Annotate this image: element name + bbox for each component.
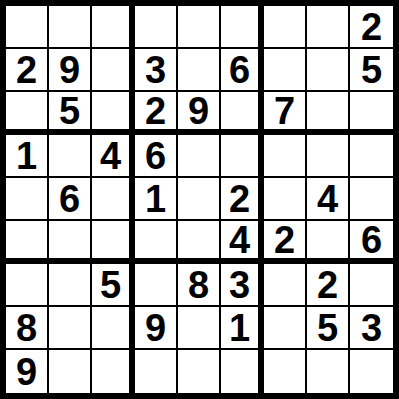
given-digit: 1 [145, 180, 166, 218]
given-digit: 2 [16, 51, 37, 89]
cell-r3c9[interactable] [350, 92, 393, 135]
given-digit: 9 [145, 309, 166, 347]
cell-r4c9[interactable] [350, 135, 393, 178]
cell-r2c1[interactable]: 2 [6, 49, 49, 92]
cell-r1c6[interactable] [221, 6, 264, 49]
cell-r1c5[interactable] [178, 6, 221, 49]
cell-r3c7[interactable]: 7 [264, 92, 307, 135]
cell-r5c6[interactable]: 2 [221, 178, 264, 221]
given-digit: 4 [100, 137, 121, 175]
cell-r8c6[interactable]: 1 [221, 307, 264, 350]
given-digit: 2 [274, 221, 295, 259]
cell-r7c5[interactable]: 8 [178, 264, 221, 307]
cell-r2c8[interactable] [307, 49, 350, 92]
given-digit: 5 [100, 266, 121, 304]
cell-r3c3[interactable] [92, 92, 135, 135]
cell-r7c2[interactable] [49, 264, 92, 307]
cell-r1c8[interactable] [307, 6, 350, 49]
given-digit: 4 [317, 180, 338, 218]
cell-r3c6[interactable] [221, 92, 264, 135]
cell-r7c1[interactable] [6, 264, 49, 307]
cell-r2c4[interactable]: 3 [135, 49, 178, 92]
cell-r2c7[interactable] [264, 49, 307, 92]
cell-r1c3[interactable] [92, 6, 135, 49]
cell-r6c1[interactable] [6, 221, 49, 264]
cell-r3c1[interactable] [6, 92, 49, 135]
given-digit: 9 [16, 353, 37, 391]
cell-r2c5[interactable] [178, 49, 221, 92]
cell-r4c1[interactable]: 1 [6, 135, 49, 178]
cell-r9c1[interactable]: 9 [6, 350, 49, 393]
cell-r8c5[interactable] [178, 307, 221, 350]
cell-r5c5[interactable] [178, 178, 221, 221]
cell-r8c1[interactable]: 8 [6, 307, 49, 350]
cell-r4c4[interactable]: 6 [135, 135, 178, 178]
cell-r9c4[interactable] [135, 350, 178, 393]
cell-r8c4[interactable]: 9 [135, 307, 178, 350]
cell-r2c2[interactable]: 9 [49, 49, 92, 92]
cell-r6c5[interactable] [178, 221, 221, 264]
cell-r3c4[interactable]: 2 [135, 92, 178, 135]
cell-r9c6[interactable] [221, 350, 264, 393]
cell-r9c8[interactable] [307, 350, 350, 393]
cell-r7c7[interactable] [264, 264, 307, 307]
cell-r4c6[interactable] [221, 135, 264, 178]
cell-r1c2[interactable] [49, 6, 92, 49]
cell-r5c4[interactable]: 1 [135, 178, 178, 221]
cell-r8c3[interactable] [92, 307, 135, 350]
given-digit: 6 [229, 51, 250, 89]
cell-r4c8[interactable] [307, 135, 350, 178]
given-digit: 2 [317, 266, 338, 304]
cell-r2c3[interactable] [92, 49, 135, 92]
cell-r8c2[interactable] [49, 307, 92, 350]
cell-r9c9[interactable] [350, 350, 393, 393]
cell-r8c9[interactable]: 3 [350, 307, 393, 350]
cell-r1c1[interactable] [6, 6, 49, 49]
cell-r6c2[interactable] [49, 221, 92, 264]
given-digit: 4 [229, 221, 250, 259]
cell-r5c8[interactable]: 4 [307, 178, 350, 221]
given-digit: 6 [145, 137, 166, 175]
cell-r1c4[interactable] [135, 6, 178, 49]
given-digit: 6 [361, 221, 382, 259]
given-digit: 8 [16, 309, 37, 347]
given-digit: 5 [59, 92, 80, 130]
cell-r6c3[interactable] [92, 221, 135, 264]
cell-r3c8[interactable] [307, 92, 350, 135]
cell-r5c7[interactable] [264, 178, 307, 221]
cell-r6c7[interactable]: 2 [264, 221, 307, 264]
given-digit: 3 [229, 266, 250, 304]
cell-r5c2[interactable]: 6 [49, 178, 92, 221]
given-digit: 7 [274, 92, 295, 130]
cell-r9c2[interactable] [49, 350, 92, 393]
cell-r4c5[interactable] [178, 135, 221, 178]
cell-r8c8[interactable]: 5 [307, 307, 350, 350]
given-digit: 1 [16, 137, 37, 175]
given-digit: 3 [145, 51, 166, 89]
cell-r6c8[interactable] [307, 221, 350, 264]
cell-r1c9[interactable]: 2 [350, 6, 393, 49]
cell-r9c5[interactable] [178, 350, 221, 393]
cell-r5c9[interactable] [350, 178, 393, 221]
cell-r2c9[interactable]: 5 [350, 49, 393, 92]
cell-r4c2[interactable] [49, 135, 92, 178]
cell-r6c4[interactable] [135, 221, 178, 264]
sudoku-board: 229365529714661244265832891539 [0, 0, 399, 399]
cell-r7c6[interactable]: 3 [221, 264, 264, 307]
given-digit: 5 [361, 51, 382, 89]
cell-r3c5[interactable]: 9 [178, 92, 221, 135]
cell-r5c1[interactable] [6, 178, 49, 221]
given-digit: 2 [361, 8, 382, 46]
cell-r9c7[interactable] [264, 350, 307, 393]
given-digit: 6 [59, 180, 80, 218]
cell-r6c9[interactable]: 6 [350, 221, 393, 264]
cell-r7c3[interactable]: 5 [92, 264, 135, 307]
cell-r6c6[interactable]: 4 [221, 221, 264, 264]
given-digit: 3 [361, 309, 382, 347]
given-digit: 1 [229, 309, 250, 347]
given-digit: 2 [145, 92, 166, 130]
cell-r1c7[interactable] [264, 6, 307, 49]
cell-r9c3[interactable] [92, 350, 135, 393]
cell-r7c4[interactable] [135, 264, 178, 307]
given-digit: 5 [317, 309, 338, 347]
cell-r7c8[interactable]: 2 [307, 264, 350, 307]
cell-r3c2[interactable]: 5 [49, 92, 92, 135]
cell-r8c7[interactable] [264, 307, 307, 350]
cell-r7c9[interactable] [350, 264, 393, 307]
given-digit: 9 [188, 92, 209, 130]
cell-r5c3[interactable] [92, 178, 135, 221]
given-digit: 9 [59, 51, 80, 89]
cell-r2c6[interactable]: 6 [221, 49, 264, 92]
given-digit: 2 [229, 180, 250, 218]
given-digit: 8 [188, 266, 209, 304]
cell-r4c7[interactable] [264, 135, 307, 178]
cell-r4c3[interactable]: 4 [92, 135, 135, 178]
